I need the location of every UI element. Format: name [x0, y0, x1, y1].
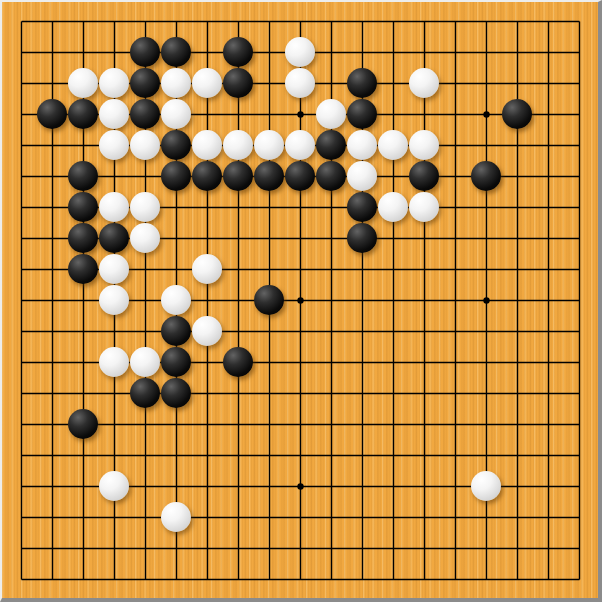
intersection[interactable] [347, 409, 378, 440]
intersection[interactable] [347, 471, 378, 502]
intersection[interactable] [161, 378, 192, 409]
intersection[interactable] [564, 316, 595, 347]
intersection[interactable] [378, 347, 409, 378]
intersection[interactable] [130, 440, 161, 471]
intersection[interactable] [564, 6, 595, 37]
intersection[interactable] [192, 316, 223, 347]
intersection[interactable] [192, 130, 223, 161]
intersection[interactable] [316, 564, 347, 595]
intersection[interactable] [409, 502, 440, 533]
intersection[interactable] [161, 192, 192, 223]
intersection[interactable] [471, 37, 502, 68]
intersection[interactable] [37, 564, 68, 595]
intersection[interactable] [254, 502, 285, 533]
intersection[interactable] [6, 130, 37, 161]
intersection[interactable] [192, 502, 223, 533]
intersection[interactable] [68, 223, 99, 254]
intersection[interactable] [533, 564, 564, 595]
intersection[interactable] [533, 37, 564, 68]
intersection[interactable] [285, 99, 316, 130]
intersection[interactable] [161, 99, 192, 130]
intersection[interactable] [533, 471, 564, 502]
intersection[interactable] [254, 409, 285, 440]
intersection[interactable] [378, 564, 409, 595]
intersection[interactable] [471, 347, 502, 378]
intersection[interactable] [564, 285, 595, 316]
intersection[interactable] [37, 285, 68, 316]
intersection[interactable] [316, 502, 347, 533]
intersection[interactable] [99, 440, 130, 471]
intersection[interactable] [409, 409, 440, 440]
intersection[interactable] [192, 533, 223, 564]
intersection[interactable] [471, 161, 502, 192]
intersection[interactable] [130, 192, 161, 223]
intersection[interactable] [471, 6, 502, 37]
intersection[interactable] [99, 285, 130, 316]
intersection[interactable] [130, 130, 161, 161]
intersection[interactable] [68, 161, 99, 192]
intersection[interactable] [440, 254, 471, 285]
intersection[interactable] [285, 130, 316, 161]
intersection[interactable] [254, 347, 285, 378]
intersection[interactable] [409, 192, 440, 223]
intersection[interactable] [347, 564, 378, 595]
intersection[interactable] [564, 378, 595, 409]
intersection[interactable] [533, 285, 564, 316]
intersection[interactable] [6, 37, 37, 68]
intersection[interactable] [316, 6, 347, 37]
intersection[interactable] [68, 316, 99, 347]
intersection[interactable] [285, 347, 316, 378]
intersection[interactable] [254, 285, 285, 316]
intersection[interactable] [440, 533, 471, 564]
intersection[interactable] [378, 161, 409, 192]
intersection[interactable] [564, 161, 595, 192]
intersection[interactable] [161, 409, 192, 440]
intersection[interactable] [409, 37, 440, 68]
intersection[interactable] [254, 99, 285, 130]
intersection[interactable] [68, 192, 99, 223]
intersection[interactable] [192, 254, 223, 285]
intersection[interactable] [409, 378, 440, 409]
intersection[interactable] [161, 161, 192, 192]
intersection[interactable] [502, 440, 533, 471]
intersection[interactable] [254, 6, 285, 37]
intersection[interactable] [471, 285, 502, 316]
intersection[interactable] [347, 533, 378, 564]
intersection[interactable] [285, 316, 316, 347]
intersection[interactable] [502, 254, 533, 285]
intersection[interactable] [37, 6, 68, 37]
intersection[interactable] [68, 440, 99, 471]
intersection[interactable] [37, 161, 68, 192]
intersection[interactable] [192, 409, 223, 440]
intersection[interactable] [564, 223, 595, 254]
intersection[interactable] [37, 254, 68, 285]
intersection[interactable] [502, 6, 533, 37]
intersection[interactable] [223, 6, 254, 37]
intersection[interactable] [347, 68, 378, 99]
intersection[interactable] [440, 223, 471, 254]
intersection[interactable] [440, 502, 471, 533]
intersection[interactable] [223, 99, 254, 130]
intersection[interactable] [347, 316, 378, 347]
intersection[interactable] [68, 37, 99, 68]
intersection[interactable] [347, 130, 378, 161]
intersection[interactable] [285, 254, 316, 285]
intersection[interactable] [99, 564, 130, 595]
intersection[interactable] [99, 68, 130, 99]
intersection[interactable] [564, 440, 595, 471]
intersection[interactable] [502, 564, 533, 595]
intersection[interactable] [223, 223, 254, 254]
intersection[interactable] [533, 130, 564, 161]
intersection[interactable] [223, 316, 254, 347]
intersection[interactable] [440, 161, 471, 192]
intersection[interactable] [440, 440, 471, 471]
intersection[interactable] [533, 347, 564, 378]
intersection[interactable] [130, 378, 161, 409]
intersection[interactable] [99, 99, 130, 130]
intersection[interactable] [316, 347, 347, 378]
intersection[interactable] [347, 99, 378, 130]
intersection[interactable] [533, 161, 564, 192]
intersection[interactable] [378, 6, 409, 37]
intersection[interactable] [6, 6, 37, 37]
intersection[interactable] [440, 316, 471, 347]
intersection[interactable] [130, 68, 161, 99]
intersection[interactable] [161, 533, 192, 564]
intersection[interactable] [223, 533, 254, 564]
intersection[interactable] [254, 440, 285, 471]
intersection[interactable] [6, 68, 37, 99]
intersection[interactable] [347, 6, 378, 37]
intersection[interactable] [440, 564, 471, 595]
intersection[interactable] [285, 533, 316, 564]
intersection[interactable] [223, 347, 254, 378]
intersection[interactable] [130, 6, 161, 37]
intersection[interactable] [161, 471, 192, 502]
intersection[interactable] [316, 533, 347, 564]
intersection[interactable] [564, 130, 595, 161]
intersection[interactable] [347, 440, 378, 471]
intersection[interactable] [192, 347, 223, 378]
intersection[interactable] [223, 564, 254, 595]
intersection[interactable] [130, 285, 161, 316]
intersection[interactable] [37, 440, 68, 471]
intersection[interactable] [6, 347, 37, 378]
intersection[interactable] [161, 6, 192, 37]
intersection[interactable] [533, 502, 564, 533]
intersection[interactable] [6, 223, 37, 254]
intersection[interactable] [130, 502, 161, 533]
intersection[interactable] [471, 533, 502, 564]
intersection[interactable] [378, 223, 409, 254]
intersection[interactable] [99, 502, 130, 533]
intersection[interactable] [37, 130, 68, 161]
intersection[interactable] [409, 316, 440, 347]
intersection[interactable] [409, 130, 440, 161]
intersection[interactable] [68, 409, 99, 440]
intersection[interactable] [130, 161, 161, 192]
intersection[interactable] [68, 99, 99, 130]
intersection[interactable] [37, 378, 68, 409]
intersection[interactable] [409, 564, 440, 595]
intersection[interactable] [130, 223, 161, 254]
intersection[interactable] [130, 254, 161, 285]
intersection[interactable] [130, 564, 161, 595]
intersection[interactable] [192, 6, 223, 37]
intersection[interactable] [564, 254, 595, 285]
intersection[interactable] [99, 533, 130, 564]
intersection[interactable] [378, 409, 409, 440]
intersection[interactable] [564, 533, 595, 564]
intersection[interactable] [6, 285, 37, 316]
intersection[interactable] [285, 285, 316, 316]
intersection[interactable] [68, 533, 99, 564]
intersection[interactable] [130, 37, 161, 68]
intersection[interactable] [533, 378, 564, 409]
intersection[interactable] [440, 130, 471, 161]
intersection[interactable] [192, 192, 223, 223]
intersection[interactable] [533, 316, 564, 347]
intersection[interactable] [254, 254, 285, 285]
intersection[interactable] [192, 37, 223, 68]
intersection[interactable] [533, 440, 564, 471]
intersection[interactable] [378, 440, 409, 471]
intersection[interactable] [502, 223, 533, 254]
intersection[interactable] [6, 533, 37, 564]
intersection[interactable] [99, 378, 130, 409]
intersection[interactable] [533, 409, 564, 440]
intersection[interactable] [471, 192, 502, 223]
intersection[interactable] [502, 99, 533, 130]
intersection[interactable] [285, 6, 316, 37]
intersection[interactable] [440, 192, 471, 223]
intersection[interactable] [285, 502, 316, 533]
intersection[interactable] [6, 99, 37, 130]
intersection[interactable] [6, 192, 37, 223]
intersection[interactable] [316, 440, 347, 471]
intersection[interactable] [161, 285, 192, 316]
intersection[interactable] [564, 99, 595, 130]
intersection[interactable] [533, 192, 564, 223]
intersection[interactable] [564, 502, 595, 533]
intersection[interactable] [192, 223, 223, 254]
intersection[interactable] [502, 378, 533, 409]
intersection[interactable] [440, 378, 471, 409]
intersection[interactable] [471, 130, 502, 161]
intersection[interactable] [316, 378, 347, 409]
intersection[interactable] [378, 254, 409, 285]
intersection[interactable] [440, 285, 471, 316]
intersection[interactable] [378, 68, 409, 99]
intersection[interactable] [192, 440, 223, 471]
intersection[interactable] [409, 440, 440, 471]
intersection[interactable] [254, 316, 285, 347]
intersection[interactable] [223, 440, 254, 471]
intersection[interactable] [409, 347, 440, 378]
intersection[interactable] [316, 161, 347, 192]
intersection[interactable] [533, 254, 564, 285]
intersection[interactable] [502, 68, 533, 99]
intersection[interactable] [6, 502, 37, 533]
intersection[interactable] [37, 99, 68, 130]
intersection[interactable] [285, 161, 316, 192]
intersection[interactable] [37, 471, 68, 502]
intersection[interactable] [192, 378, 223, 409]
intersection[interactable] [347, 223, 378, 254]
intersection[interactable] [223, 409, 254, 440]
intersection[interactable] [316, 316, 347, 347]
intersection[interactable] [564, 347, 595, 378]
intersection[interactable] [37, 68, 68, 99]
intersection[interactable] [223, 68, 254, 99]
intersection[interactable] [316, 254, 347, 285]
intersection[interactable] [130, 99, 161, 130]
intersection[interactable] [378, 99, 409, 130]
intersection[interactable] [37, 533, 68, 564]
intersection[interactable] [254, 564, 285, 595]
intersection[interactable] [564, 564, 595, 595]
intersection[interactable] [347, 285, 378, 316]
intersection[interactable] [285, 68, 316, 99]
intersection[interactable] [471, 223, 502, 254]
intersection[interactable] [378, 37, 409, 68]
intersection[interactable] [99, 254, 130, 285]
intersection[interactable] [223, 192, 254, 223]
intersection[interactable] [347, 161, 378, 192]
intersection[interactable] [99, 130, 130, 161]
intersection[interactable] [6, 378, 37, 409]
intersection[interactable] [161, 37, 192, 68]
intersection[interactable] [68, 68, 99, 99]
intersection[interactable] [502, 285, 533, 316]
intersection[interactable] [254, 378, 285, 409]
intersection[interactable] [316, 99, 347, 130]
intersection[interactable] [347, 254, 378, 285]
intersection[interactable] [316, 471, 347, 502]
intersection[interactable] [409, 68, 440, 99]
intersection[interactable] [68, 471, 99, 502]
intersection[interactable] [502, 347, 533, 378]
intersection[interactable] [285, 440, 316, 471]
intersection[interactable] [378, 130, 409, 161]
intersection[interactable] [409, 6, 440, 37]
intersection[interactable] [471, 440, 502, 471]
intersection[interactable] [254, 533, 285, 564]
intersection[interactable] [192, 285, 223, 316]
intersection[interactable] [378, 533, 409, 564]
intersection[interactable] [254, 130, 285, 161]
intersection[interactable] [6, 564, 37, 595]
intersection[interactable] [316, 130, 347, 161]
intersection[interactable] [285, 564, 316, 595]
intersection[interactable] [99, 223, 130, 254]
intersection[interactable] [285, 409, 316, 440]
intersection[interactable] [564, 68, 595, 99]
intersection[interactable] [161, 347, 192, 378]
intersection[interactable] [130, 347, 161, 378]
intersection[interactable] [347, 192, 378, 223]
intersection[interactable] [68, 564, 99, 595]
intersection[interactable] [502, 316, 533, 347]
intersection[interactable] [161, 316, 192, 347]
intersection[interactable] [99, 6, 130, 37]
intersection[interactable] [37, 347, 68, 378]
intersection[interactable] [378, 285, 409, 316]
intersection[interactable] [502, 502, 533, 533]
intersection[interactable] [378, 316, 409, 347]
intersection[interactable] [130, 316, 161, 347]
intersection[interactable] [316, 68, 347, 99]
intersection[interactable] [347, 378, 378, 409]
intersection[interactable] [161, 502, 192, 533]
intersection[interactable] [68, 502, 99, 533]
intersection[interactable] [99, 192, 130, 223]
intersection[interactable] [440, 99, 471, 130]
intersection[interactable] [440, 409, 471, 440]
intersection[interactable] [254, 192, 285, 223]
intersection[interactable] [347, 347, 378, 378]
intersection[interactable] [378, 502, 409, 533]
intersection[interactable] [254, 471, 285, 502]
intersection[interactable] [68, 378, 99, 409]
intersection[interactable] [68, 285, 99, 316]
intersection[interactable] [316, 37, 347, 68]
intersection[interactable] [316, 409, 347, 440]
intersection[interactable] [254, 68, 285, 99]
intersection[interactable] [409, 223, 440, 254]
intersection[interactable] [502, 533, 533, 564]
intersection[interactable] [502, 130, 533, 161]
intersection[interactable] [471, 378, 502, 409]
intersection[interactable] [502, 471, 533, 502]
intersection[interactable] [161, 130, 192, 161]
intersection[interactable] [564, 471, 595, 502]
intersection[interactable] [409, 285, 440, 316]
intersection[interactable] [285, 37, 316, 68]
intersection[interactable] [254, 37, 285, 68]
intersection[interactable] [347, 37, 378, 68]
intersection[interactable] [378, 378, 409, 409]
intersection[interactable] [471, 409, 502, 440]
intersection[interactable] [68, 254, 99, 285]
intersection[interactable] [471, 316, 502, 347]
intersection[interactable] [99, 316, 130, 347]
intersection[interactable] [502, 37, 533, 68]
intersection[interactable] [440, 37, 471, 68]
intersection[interactable] [161, 564, 192, 595]
intersection[interactable] [192, 68, 223, 99]
intersection[interactable] [68, 6, 99, 37]
intersection[interactable] [285, 223, 316, 254]
intersection[interactable] [409, 533, 440, 564]
intersection[interactable] [471, 564, 502, 595]
intersection[interactable] [440, 6, 471, 37]
intersection[interactable] [316, 285, 347, 316]
intersection[interactable] [471, 254, 502, 285]
intersection[interactable] [130, 409, 161, 440]
intersection[interactable] [378, 192, 409, 223]
intersection[interactable] [161, 440, 192, 471]
intersection[interactable] [533, 6, 564, 37]
intersection[interactable] [37, 409, 68, 440]
intersection[interactable] [223, 378, 254, 409]
intersection[interactable] [192, 161, 223, 192]
intersection[interactable] [409, 161, 440, 192]
intersection[interactable] [6, 440, 37, 471]
